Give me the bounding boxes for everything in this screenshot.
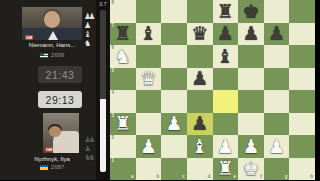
- square-c8[interactable]: [161, 0, 187, 23]
- file-label-e: e: [234, 175, 237, 180]
- white-pawn[interactable]: ♟: [268, 137, 285, 156]
- evaluation-column: 0.7: [96, 0, 110, 180]
- file-label-f: f: [260, 175, 262, 180]
- square-h1[interactable]: h: [289, 158, 315, 181]
- square-c7[interactable]: [161, 23, 187, 46]
- square-b3[interactable]: [136, 113, 162, 136]
- square-a4[interactable]: 4: [110, 90, 136, 113]
- square-a3[interactable]: 3♜: [110, 113, 136, 136]
- square-e3[interactable]: [213, 113, 239, 136]
- letterbox-edge: [315, 0, 320, 180]
- player-rating-top: 2699: [51, 52, 64, 58]
- square-d3[interactable]: ♟: [187, 113, 213, 136]
- evaluation-bar: [100, 10, 106, 172]
- clock-bottom-player-active: 29:13: [38, 91, 82, 108]
- square-f6[interactable]: [238, 45, 264, 68]
- broadcast-screen: GM Niemann, Hans... 2699 21:43 29:13 GM …: [0, 0, 320, 180]
- square-e5[interactable]: [213, 68, 239, 91]
- square-c6[interactable]: [161, 45, 187, 68]
- black-pawn[interactable]: ♟: [242, 24, 259, 43]
- white-king[interactable]: ♚: [242, 159, 259, 178]
- file-label-h: h: [310, 175, 313, 180]
- square-g5[interactable]: [264, 68, 290, 91]
- square-a7[interactable]: 7♜: [110, 23, 136, 46]
- white-pawn[interactable]: ♟: [140, 137, 157, 156]
- gm-title-badge-bottom: GM: [45, 147, 53, 152]
- rank-label-6: 6: [112, 46, 115, 51]
- captured-black-knight-icon: ♞: [88, 153, 95, 162]
- black-rook[interactable]: ♜: [114, 24, 131, 43]
- gm-title-badge-top: GM: [25, 35, 33, 40]
- square-g6[interactable]: [264, 45, 290, 68]
- square-g4[interactable]: [264, 90, 290, 113]
- file-label-a: a: [131, 175, 134, 180]
- clock-top-player: 21:43: [38, 66, 82, 83]
- square-f5[interactable]: [238, 68, 264, 91]
- square-g8[interactable]: [264, 0, 290, 23]
- white-rook[interactable]: ♜: [114, 114, 131, 133]
- file-label-g: g: [285, 175, 288, 180]
- webcam-person-head: [49, 126, 61, 137]
- rank-label-4: 4: [112, 91, 115, 96]
- square-f8[interactable]: ♚: [238, 0, 264, 23]
- square-d6[interactable]: [187, 45, 213, 68]
- black-bishop[interactable]: ♝: [140, 24, 157, 43]
- square-f7[interactable]: ♟: [238, 23, 264, 46]
- square-e2[interactable]: ♟: [213, 135, 239, 158]
- square-d8[interactable]: [187, 0, 213, 23]
- square-c2[interactable]: [161, 135, 187, 158]
- us-flag-icon: [40, 53, 48, 58]
- square-h4[interactable]: [289, 90, 315, 113]
- black-rook[interactable]: ♜: [217, 2, 234, 21]
- square-d2[interactable]: ♝: [187, 135, 213, 158]
- square-f1[interactable]: f♚: [238, 158, 264, 181]
- square-h7[interactable]: [289, 23, 315, 46]
- square-e1[interactable]: e♜: [213, 158, 239, 181]
- ukraine-flag-icon: [40, 165, 48, 170]
- square-g1[interactable]: g: [264, 158, 290, 181]
- square-c5[interactable]: [161, 68, 187, 91]
- square-a8[interactable]: 8: [110, 0, 136, 23]
- square-f3[interactable]: [238, 113, 264, 136]
- black-king[interactable]: ♚: [242, 2, 259, 21]
- square-e4[interactable]: [213, 90, 239, 113]
- player-panel: GM Niemann, Hans... 2699 21:43 29:13 GM …: [0, 0, 96, 180]
- square-g2[interactable]: ♟: [264, 135, 290, 158]
- square-b8[interactable]: [136, 0, 162, 23]
- black-pawn[interactable]: ♟: [268, 24, 285, 43]
- file-label-d: d: [208, 175, 211, 180]
- white-pawn[interactable]: ♟: [166, 114, 183, 133]
- square-f4[interactable]: [238, 90, 264, 113]
- square-a5[interactable]: 5: [110, 68, 136, 91]
- player-name-top: Niemann, Hans...: [10, 42, 94, 48]
- player-name-bottom: Nyzhnyk, Ilya: [10, 156, 94, 162]
- square-c1[interactable]: c: [161, 158, 187, 181]
- black-pawn[interactable]: ♟: [191, 114, 208, 133]
- rank-label-7: 7: [112, 24, 115, 29]
- square-c4[interactable]: [161, 90, 187, 113]
- black-pawn[interactable]: ♟: [217, 24, 234, 43]
- white-pawn[interactable]: ♟: [217, 137, 234, 156]
- square-h5[interactable]: [289, 68, 315, 91]
- captured-white-knight-icon: ♞: [84, 39, 91, 48]
- webcam-person-shirt: [48, 31, 58, 40]
- square-h3[interactable]: [289, 113, 315, 136]
- square-b5[interactable]: ♛: [136, 68, 162, 91]
- square-g7[interactable]: ♟: [264, 23, 290, 46]
- square-d7[interactable]: ♛: [187, 23, 213, 46]
- player-rating-bottom: 2687: [51, 164, 64, 170]
- evaluation-bar-white-share: [100, 99, 106, 172]
- square-g3[interactable]: [264, 113, 290, 136]
- white-bishop[interactable]: ♝: [191, 137, 208, 156]
- webcam-person-head: [44, 11, 60, 28]
- square-b7[interactable]: ♝: [136, 23, 162, 46]
- white-rook[interactable]: ♜: [217, 159, 234, 178]
- square-h6[interactable]: [289, 45, 315, 68]
- square-e8[interactable]: ♜: [213, 0, 239, 23]
- evaluation-score: 0.7: [96, 1, 110, 7]
- square-e6[interactable]: ♝: [213, 45, 239, 68]
- black-bishop[interactable]: ♝: [217, 47, 234, 66]
- square-f2[interactable]: ♟: [238, 135, 264, 158]
- rank-label-5: 5: [112, 69, 115, 74]
- white-queen[interactable]: ♛: [140, 69, 157, 88]
- square-d5[interactable]: ♟: [187, 68, 213, 91]
- square-d1[interactable]: d: [187, 158, 213, 181]
- rating-row-bottom: 2687: [10, 164, 94, 170]
- square-b6[interactable]: [136, 45, 162, 68]
- square-b2[interactable]: ♟: [136, 135, 162, 158]
- square-e7[interactable]: ♟: [213, 23, 239, 46]
- square-h2[interactable]: [289, 135, 315, 158]
- rank-label-8: 8: [112, 1, 115, 6]
- white-knight[interactable]: ♞: [114, 47, 131, 66]
- square-c3[interactable]: ♟: [161, 113, 187, 136]
- square-b1[interactable]: b: [136, 158, 162, 181]
- square-a2[interactable]: 2: [110, 135, 136, 158]
- black-queen[interactable]: ♛: [191, 24, 208, 43]
- square-h8[interactable]: [289, 0, 315, 23]
- square-b4[interactable]: [136, 90, 162, 113]
- black-pawn[interactable]: ♟: [191, 69, 208, 88]
- chess-board[interactable]: 8♜♚7♜♝♛♟♟♟6♞♝5♛♟43♜♟♟2♟♝♟♟♟1abcde♜f♚gh: [110, 0, 315, 180]
- square-a6[interactable]: 6♞: [110, 45, 136, 68]
- file-label-c: c: [182, 175, 185, 180]
- rank-label-3: 3: [112, 114, 115, 119]
- rating-row-top: 2699: [10, 52, 94, 58]
- rank-label-1: 1: [112, 159, 115, 164]
- white-pawn[interactable]: ♟: [242, 137, 259, 156]
- file-label-b: b: [157, 175, 160, 180]
- rank-label-2: 2: [112, 136, 115, 141]
- square-a1[interactable]: 1a: [110, 158, 136, 181]
- square-d4[interactable]: [187, 90, 213, 113]
